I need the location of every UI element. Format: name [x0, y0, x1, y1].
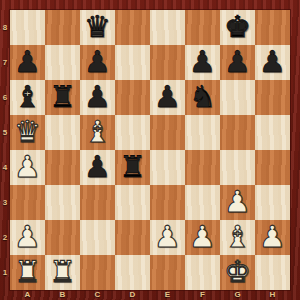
file-label-d: D — [115, 290, 150, 300]
square-b8[interactable] — [45, 10, 80, 45]
square-f5[interactable] — [185, 115, 220, 150]
white-pawn-piece[interactable]: ♟ — [14, 220, 41, 254]
rank-label-2: 2 — [0, 220, 10, 255]
white-pawn-piece[interactable]: ♟ — [154, 220, 181, 254]
square-g8[interactable]: ♚ — [220, 10, 255, 45]
white-rook-piece[interactable]: ♜ — [49, 255, 76, 289]
rank-label-4: 4 — [0, 150, 10, 185]
file-label-h: H — [255, 290, 290, 300]
square-b1[interactable]: ♜ — [45, 255, 80, 290]
white-pawn-piece[interactable]: ♟ — [259, 220, 286, 254]
square-f1[interactable] — [185, 255, 220, 290]
square-d2[interactable] — [115, 220, 150, 255]
black-bishop-piece[interactable]: ♝ — [14, 80, 41, 114]
chess-board-frame: 87654321 ♛♚♟♟♟♟♟♝♜♟♟♞♛♝♟♟♜♟♟♟♟♝♟♜♜♚ ABCD… — [0, 0, 300, 300]
white-king-piece[interactable]: ♚ — [224, 255, 251, 289]
square-f7[interactable]: ♟ — [185, 45, 220, 80]
square-h2[interactable]: ♟ — [255, 220, 290, 255]
square-d7[interactable] — [115, 45, 150, 80]
square-f3[interactable] — [185, 185, 220, 220]
square-b3[interactable] — [45, 185, 80, 220]
square-g7[interactable]: ♟ — [220, 45, 255, 80]
file-label-g: G — [220, 290, 255, 300]
square-d4[interactable]: ♜ — [115, 150, 150, 185]
square-e4[interactable] — [150, 150, 185, 185]
square-g3[interactable]: ♟ — [220, 185, 255, 220]
square-h3[interactable] — [255, 185, 290, 220]
black-pawn-piece[interactable]: ♟ — [154, 80, 181, 114]
rank-label-1: 1 — [0, 255, 10, 290]
rank-label-3: 3 — [0, 185, 10, 220]
white-pawn-piece[interactable]: ♟ — [14, 150, 41, 184]
square-h6[interactable] — [255, 80, 290, 115]
white-bishop-piece[interactable]: ♝ — [224, 220, 251, 254]
square-c3[interactable] — [80, 185, 115, 220]
black-pawn-piece[interactable]: ♟ — [84, 150, 111, 184]
square-c8[interactable]: ♛ — [80, 10, 115, 45]
file-label-a: A — [10, 290, 45, 300]
square-e3[interactable] — [150, 185, 185, 220]
black-pawn-piece[interactable]: ♟ — [259, 45, 286, 79]
square-h1[interactable] — [255, 255, 290, 290]
square-a7[interactable]: ♟ — [10, 45, 45, 80]
square-c2[interactable] — [80, 220, 115, 255]
black-knight-piece[interactable]: ♞ — [189, 80, 216, 114]
black-rook-piece[interactable]: ♜ — [49, 80, 76, 114]
black-pawn-piece[interactable]: ♟ — [84, 80, 111, 114]
square-d8[interactable] — [115, 10, 150, 45]
white-rook-piece[interactable]: ♜ — [14, 255, 41, 289]
square-g1[interactable]: ♚ — [220, 255, 255, 290]
square-f2[interactable]: ♟ — [185, 220, 220, 255]
square-a3[interactable] — [10, 185, 45, 220]
square-g6[interactable] — [220, 80, 255, 115]
file-labels: ABCDEFGH — [10, 290, 290, 300]
square-b6[interactable]: ♜ — [45, 80, 80, 115]
black-pawn-piece[interactable]: ♟ — [84, 45, 111, 79]
square-a1[interactable]: ♜ — [10, 255, 45, 290]
square-b2[interactable] — [45, 220, 80, 255]
square-e2[interactable]: ♟ — [150, 220, 185, 255]
file-label-b: B — [45, 290, 80, 300]
square-c1[interactable] — [80, 255, 115, 290]
white-queen-piece[interactable]: ♛ — [14, 115, 41, 149]
black-pawn-piece[interactable]: ♟ — [14, 45, 41, 79]
file-label-e: E — [150, 290, 185, 300]
square-g4[interactable] — [220, 150, 255, 185]
rank-labels: 87654321 — [0, 10, 10, 290]
square-c5[interactable]: ♝ — [80, 115, 115, 150]
white-pawn-piece[interactable]: ♟ — [224, 185, 251, 219]
rank-label-8: 8 — [0, 10, 10, 45]
black-king-piece[interactable]: ♚ — [224, 10, 251, 44]
square-d3[interactable] — [115, 185, 150, 220]
square-d1[interactable] — [115, 255, 150, 290]
black-pawn-piece[interactable]: ♟ — [224, 45, 251, 79]
square-e8[interactable] — [150, 10, 185, 45]
square-g2[interactable]: ♝ — [220, 220, 255, 255]
square-a6[interactable]: ♝ — [10, 80, 45, 115]
square-c6[interactable]: ♟ — [80, 80, 115, 115]
black-pawn-piece[interactable]: ♟ — [189, 45, 216, 79]
square-g5[interactable] — [220, 115, 255, 150]
chess-board[interactable]: ♛♚♟♟♟♟♟♝♜♟♟♞♛♝♟♟♜♟♟♟♟♝♟♜♜♚ — [10, 10, 290, 290]
white-bishop-piece[interactable]: ♝ — [84, 115, 111, 149]
file-label-f: F — [185, 290, 220, 300]
square-c7[interactable]: ♟ — [80, 45, 115, 80]
square-d6[interactable] — [115, 80, 150, 115]
square-h8[interactable] — [255, 10, 290, 45]
square-a4[interactable]: ♟ — [10, 150, 45, 185]
square-f4[interactable] — [185, 150, 220, 185]
square-e1[interactable] — [150, 255, 185, 290]
square-a5[interactable]: ♛ — [10, 115, 45, 150]
square-f8[interactable] — [185, 10, 220, 45]
square-b5[interactable] — [45, 115, 80, 150]
square-a2[interactable]: ♟ — [10, 220, 45, 255]
square-a8[interactable] — [10, 10, 45, 45]
square-h5[interactable] — [255, 115, 290, 150]
white-pawn-piece[interactable]: ♟ — [189, 220, 216, 254]
square-b4[interactable] — [45, 150, 80, 185]
square-b7[interactable] — [45, 45, 80, 80]
rank-label-7: 7 — [0, 45, 10, 80]
square-h7[interactable]: ♟ — [255, 45, 290, 80]
rank-label-5: 5 — [0, 115, 10, 150]
square-f6[interactable]: ♞ — [185, 80, 220, 115]
square-e5[interactable] — [150, 115, 185, 150]
black-queen-piece[interactable]: ♛ — [84, 10, 111, 44]
rank-label-6: 6 — [0, 80, 10, 115]
square-c4[interactable]: ♟ — [80, 150, 115, 185]
black-rook-piece[interactable]: ♜ — [119, 150, 146, 184]
square-e6[interactable]: ♟ — [150, 80, 185, 115]
square-e7[interactable] — [150, 45, 185, 80]
file-label-c: C — [80, 290, 115, 300]
square-d5[interactable] — [115, 115, 150, 150]
square-h4[interactable] — [255, 150, 290, 185]
